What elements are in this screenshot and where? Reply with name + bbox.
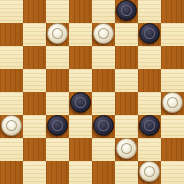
square-e1[interactable] — [92, 161, 115, 184]
square-f6[interactable] — [115, 46, 138, 69]
square-h4[interactable] — [161, 92, 184, 115]
square-a3[interactable] — [0, 115, 23, 138]
square-f3 — [115, 115, 138, 138]
square-b8[interactable] — [23, 0, 46, 23]
square-f2[interactable] — [115, 138, 138, 161]
square-d1 — [69, 161, 92, 184]
square-a6 — [0, 46, 23, 69]
square-a7[interactable] — [0, 23, 23, 46]
square-g3[interactable] — [138, 115, 161, 138]
square-c6 — [46, 46, 69, 69]
square-c8 — [46, 0, 69, 23]
white-man-c7[interactable] — [47, 23, 68, 44]
square-c1[interactable] — [46, 161, 69, 184]
square-c4 — [46, 92, 69, 115]
square-e3[interactable] — [92, 115, 115, 138]
square-e5[interactable] — [92, 69, 115, 92]
square-h3 — [161, 115, 184, 138]
black-man-g3[interactable] — [139, 115, 160, 136]
square-b6[interactable] — [23, 46, 46, 69]
black-man-e3[interactable] — [93, 115, 114, 136]
square-c7[interactable] — [46, 23, 69, 46]
square-e7[interactable] — [92, 23, 115, 46]
square-a4 — [0, 92, 23, 115]
square-g1[interactable] — [138, 161, 161, 184]
black-man-g7[interactable] — [139, 23, 160, 44]
square-e8 — [92, 0, 115, 23]
square-c3[interactable] — [46, 115, 69, 138]
square-e2 — [92, 138, 115, 161]
white-man-g1[interactable] — [139, 161, 160, 182]
square-f8[interactable] — [115, 0, 138, 23]
square-b4[interactable] — [23, 92, 46, 115]
square-g5[interactable] — [138, 69, 161, 92]
square-c2 — [46, 138, 69, 161]
square-c5[interactable] — [46, 69, 69, 92]
white-man-e7[interactable] — [93, 23, 114, 44]
square-b2[interactable] — [23, 138, 46, 161]
square-e4 — [92, 92, 115, 115]
square-d6[interactable] — [69, 46, 92, 69]
black-man-d4[interactable] — [70, 92, 91, 113]
square-g2 — [138, 138, 161, 161]
square-h5 — [161, 69, 184, 92]
square-e6 — [92, 46, 115, 69]
square-d7 — [69, 23, 92, 46]
square-h1 — [161, 161, 184, 184]
black-man-c3[interactable] — [47, 115, 68, 136]
square-h2[interactable] — [161, 138, 184, 161]
square-a8 — [0, 0, 23, 23]
square-g4 — [138, 92, 161, 115]
square-d8[interactable] — [69, 0, 92, 23]
square-d2[interactable] — [69, 138, 92, 161]
black-man-f8[interactable] — [116, 0, 137, 21]
square-b7 — [23, 23, 46, 46]
square-a5[interactable] — [0, 69, 23, 92]
square-d5 — [69, 69, 92, 92]
square-g7[interactable] — [138, 23, 161, 46]
square-b3 — [23, 115, 46, 138]
square-f1 — [115, 161, 138, 184]
square-d4[interactable] — [69, 92, 92, 115]
square-d3 — [69, 115, 92, 138]
square-g6 — [138, 46, 161, 69]
square-f4[interactable] — [115, 92, 138, 115]
square-h6[interactable] — [161, 46, 184, 69]
white-man-h4[interactable] — [162, 92, 183, 113]
square-h8[interactable] — [161, 0, 184, 23]
square-a2 — [0, 138, 23, 161]
square-g8 — [138, 0, 161, 23]
board — [0, 0, 184, 184]
checkers-app — [0, 0, 184, 184]
square-f7 — [115, 23, 138, 46]
white-man-f2[interactable] — [116, 138, 137, 159]
square-b5 — [23, 69, 46, 92]
square-b1 — [23, 161, 46, 184]
square-h7 — [161, 23, 184, 46]
white-man-a3[interactable] — [1, 115, 22, 136]
square-a1[interactable] — [0, 161, 23, 184]
square-f5 — [115, 69, 138, 92]
